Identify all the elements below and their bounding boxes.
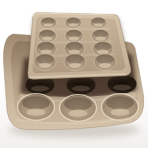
cup-inner-highlight [111,109,130,116]
mini-cup [34,54,56,71]
mini-cup [65,29,83,42]
mini-cup [90,17,106,28]
cup-inner-highlight [42,36,52,40]
cup-inner-highlight [94,23,103,26]
cup-inner-shadow [36,55,53,64]
cup-inner-shadow [67,18,80,24]
cup-inner-shadow [92,18,105,24]
muffin-cup [101,94,138,121]
cup-inner-highlight [39,63,51,68]
cup-inner-shadow [64,97,92,111]
cup-inner-shadow [95,42,111,50]
cup-inner-highlight [99,63,111,68]
mini-cup [94,54,116,71]
cup-inner-shadow [22,96,50,110]
cup-inner-highlight [69,110,88,117]
cup-inner-highlight [69,23,78,26]
cup-inner-shadow [66,42,82,50]
cup-inner-shadow [38,42,54,50]
mini-cup [64,54,86,71]
cup-inner-shadow [66,55,83,64]
cup-pit-glint [31,86,49,92]
cup-pit-glint [113,85,131,91]
muffin-cup [17,94,54,121]
cup-inner-shadow [67,30,81,37]
mini-cup [65,17,81,28]
cup-inner-highlight [69,63,81,68]
cup-inner-shadow [40,30,54,37]
mini-cup [40,17,56,28]
cup-inner-highlight [95,36,105,40]
mini-muffin-pan [28,13,131,80]
cup-inner-shadow [106,96,134,110]
cup-inner-shadow [42,18,55,24]
product-photo [0,0,148,148]
mini-cup [38,29,56,42]
cup-inner-shadow [96,55,113,64]
cup-pit-glint [72,86,90,92]
mini-cup [91,29,109,42]
cup-inner-shadow [93,30,107,37]
muffin-pans-illustration [0,0,148,148]
cup-inner-highlight [27,109,46,116]
cup-inner-highlight [44,23,53,26]
muffin-cup [59,95,96,122]
cup-inner-highlight [69,36,79,40]
